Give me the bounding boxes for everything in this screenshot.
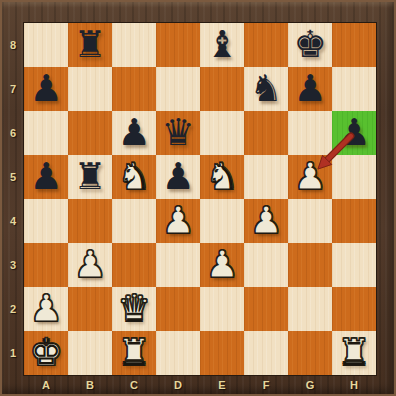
square-h5[interactable]	[332, 155, 376, 199]
piece-black-rook[interactable]: ♜	[73, 158, 106, 195]
square-c8[interactable]	[112, 23, 156, 67]
file-label-e: E	[200, 375, 244, 396]
square-b6[interactable]	[68, 111, 112, 155]
square-d4[interactable]: ♟	[156, 199, 200, 243]
piece-black-pawn[interactable]: ♟	[117, 114, 150, 151]
square-g4[interactable]	[288, 199, 332, 243]
square-a2[interactable]: ♟	[24, 287, 68, 331]
square-a5[interactable]: ♟	[24, 155, 68, 199]
file-label-f: F	[244, 375, 288, 396]
square-c2[interactable]: ♛	[112, 287, 156, 331]
square-c3[interactable]	[112, 243, 156, 287]
square-d1[interactable]	[156, 331, 200, 375]
piece-white-rook[interactable]: ♜	[337, 334, 370, 371]
file-labels: ABCDEFGH	[24, 375, 376, 396]
rank-label-4: 4	[2, 199, 24, 243]
square-c6[interactable]: ♟	[112, 111, 156, 155]
square-e5[interactable]: ♞	[200, 155, 244, 199]
square-e3[interactable]: ♟	[200, 243, 244, 287]
square-f1[interactable]	[244, 331, 288, 375]
square-a8[interactable]	[24, 23, 68, 67]
square-c7[interactable]	[112, 67, 156, 111]
square-e8[interactable]: ♝	[200, 23, 244, 67]
square-a7[interactable]: ♟	[24, 67, 68, 111]
square-f6[interactable]	[244, 111, 288, 155]
square-f3[interactable]	[244, 243, 288, 287]
square-d8[interactable]	[156, 23, 200, 67]
square-g5[interactable]: ♟	[288, 155, 332, 199]
square-e2[interactable]	[200, 287, 244, 331]
square-a1[interactable]: ♚	[24, 331, 68, 375]
square-f2[interactable]	[244, 287, 288, 331]
square-e4[interactable]	[200, 199, 244, 243]
rank-label-2: 2	[2, 287, 24, 331]
square-a3[interactable]	[24, 243, 68, 287]
square-d3[interactable]	[156, 243, 200, 287]
square-g1[interactable]	[288, 331, 332, 375]
square-c4[interactable]	[112, 199, 156, 243]
square-h6[interactable]: ♟	[332, 111, 376, 155]
square-h4[interactable]	[332, 199, 376, 243]
square-f4[interactable]: ♟	[244, 199, 288, 243]
piece-white-pawn[interactable]: ♟	[73, 246, 106, 283]
square-d6[interactable]: ♛	[156, 111, 200, 155]
square-d5[interactable]: ♟	[156, 155, 200, 199]
piece-white-knight[interactable]: ♞	[205, 158, 238, 195]
file-label-b: B	[68, 375, 112, 396]
square-d2[interactable]	[156, 287, 200, 331]
piece-black-knight[interactable]: ♞	[249, 70, 282, 107]
square-e1[interactable]	[200, 331, 244, 375]
piece-white-pawn[interactable]: ♟	[249, 202, 282, 239]
square-g7[interactable]: ♟	[288, 67, 332, 111]
piece-white-queen[interactable]: ♛	[117, 290, 150, 327]
square-f5[interactable]	[244, 155, 288, 199]
rank-label-8: 8	[2, 23, 24, 67]
square-b3[interactable]: ♟	[68, 243, 112, 287]
piece-white-pawn[interactable]: ♟	[161, 202, 194, 239]
piece-black-pawn[interactable]: ♟	[29, 70, 62, 107]
square-b4[interactable]	[68, 199, 112, 243]
rank-label-1: 1	[2, 331, 24, 375]
square-b7[interactable]	[68, 67, 112, 111]
piece-white-pawn[interactable]: ♟	[205, 246, 238, 283]
square-h3[interactable]	[332, 243, 376, 287]
square-f8[interactable]	[244, 23, 288, 67]
square-g3[interactable]	[288, 243, 332, 287]
square-c1[interactable]: ♜	[112, 331, 156, 375]
file-label-c: C	[112, 375, 156, 396]
rank-label-7: 7	[2, 67, 24, 111]
piece-white-rook[interactable]: ♜	[117, 334, 150, 371]
square-d7[interactable]	[156, 67, 200, 111]
piece-black-pawn[interactable]: ♟	[161, 158, 194, 195]
file-label-a: A	[24, 375, 68, 396]
square-e7[interactable]	[200, 67, 244, 111]
piece-white-knight[interactable]: ♞	[117, 158, 150, 195]
square-c5[interactable]: ♞	[112, 155, 156, 199]
piece-black-pawn[interactable]: ♟	[337, 114, 370, 151]
square-h1[interactable]: ♜	[332, 331, 376, 375]
square-h8[interactable]	[332, 23, 376, 67]
square-b2[interactable]	[68, 287, 112, 331]
chess-board-frame: 87654321 ABCDEFGH ♜♝♚♟♞♟♟♛♟♟♜♞♟♞♟♟♟♟♟♟♛♚…	[0, 0, 396, 396]
square-g8[interactable]: ♚	[288, 23, 332, 67]
square-h7[interactable]	[332, 67, 376, 111]
piece-white-king[interactable]: ♚	[29, 334, 62, 371]
piece-black-bishop[interactable]: ♝	[205, 26, 238, 63]
piece-black-queen[interactable]: ♛	[161, 114, 194, 151]
rank-label-5: 5	[2, 155, 24, 199]
piece-black-pawn[interactable]: ♟	[293, 70, 326, 107]
square-g2[interactable]	[288, 287, 332, 331]
piece-white-pawn[interactable]: ♟	[293, 158, 326, 195]
rank-labels: 87654321	[2, 23, 24, 375]
chess-board: ♜♝♚♟♞♟♟♛♟♟♜♞♟♞♟♟♟♟♟♟♛♚♜♜	[24, 23, 376, 375]
square-b1[interactable]	[68, 331, 112, 375]
file-label-g: G	[288, 375, 332, 396]
rank-label-3: 3	[2, 243, 24, 287]
square-g6[interactable]	[288, 111, 332, 155]
square-h2[interactable]	[332, 287, 376, 331]
square-a6[interactable]	[24, 111, 68, 155]
rank-label-6: 6	[2, 111, 24, 155]
square-f7[interactable]: ♞	[244, 67, 288, 111]
square-a4[interactable]	[24, 199, 68, 243]
piece-white-pawn[interactable]: ♟	[29, 290, 62, 327]
square-b5[interactable]: ♜	[68, 155, 112, 199]
piece-black-pawn[interactable]: ♟	[29, 158, 62, 195]
piece-black-rook[interactable]: ♜	[73, 26, 106, 63]
square-e6[interactable]	[200, 111, 244, 155]
square-b8[interactable]: ♜	[68, 23, 112, 67]
file-label-d: D	[156, 375, 200, 396]
piece-black-king[interactable]: ♚	[293, 26, 326, 63]
file-label-h: H	[332, 375, 376, 396]
